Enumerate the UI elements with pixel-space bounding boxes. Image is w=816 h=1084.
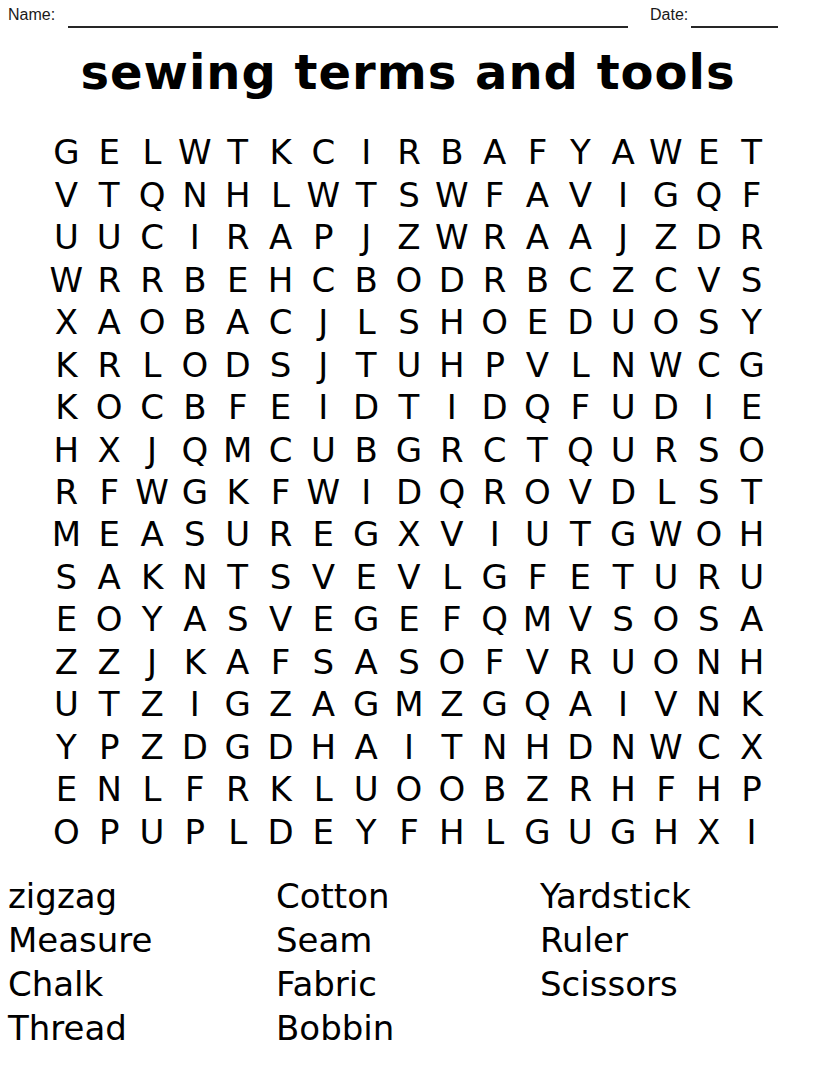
grid-cell-r12c14[interactable]: S [602,598,645,640]
grid-cell-r2c16[interactable]: Q [687,173,730,215]
grid-cell-r11c6[interactable]: S [259,556,302,598]
grid-cell-r6c10[interactable]: H [430,343,473,385]
grid-cell-r17c11[interactable]: L [473,811,516,853]
grid-cell-r2c14[interactable]: I [602,173,645,215]
grid-cell-r13c16[interactable]: N [687,641,730,683]
grid-cell-r10c6[interactable]: R [259,513,302,555]
grid-cell-r3c3[interactable]: C [131,216,174,258]
grid-cell-r1c2[interactable]: E [88,131,131,173]
grid-cell-r17c17[interactable]: I [730,811,773,853]
grid-cell-r4c4[interactable]: B [173,258,216,300]
grid-cell-r14c7[interactable]: A [302,683,345,725]
grid-cell-r6c7[interactable]: J [302,343,345,385]
grid-cell-r3c13[interactable]: A [559,216,602,258]
grid-cell-r3c14[interactable]: J [602,216,645,258]
grid-cell-r14c1[interactable]: U [45,683,88,725]
grid-cell-r8c7[interactable]: U [302,428,345,470]
grid-cell-r4c16[interactable]: V [687,258,730,300]
grid-cell-r9c8[interactable]: I [345,471,388,513]
grid-cell-r7c1[interactable]: K [45,386,88,428]
grid-cell-r4c6[interactable]: H [259,258,302,300]
grid-cell-r3c5[interactable]: R [216,216,259,258]
grid-cell-r4c2[interactable]: R [88,258,131,300]
grid-cell-r17c13[interactable]: U [559,811,602,853]
grid-cell-r15c15[interactable]: W [645,726,688,768]
grid-cell-r3c17[interactable]: R [730,216,773,258]
grid-cell-r7c9[interactable]: T [388,386,431,428]
grid-cell-r5c2[interactable]: A [88,301,131,343]
grid-cell-r2c8[interactable]: T [345,173,388,215]
grid-cell-r16c9[interactable]: O [388,768,431,810]
worksheet-page: Name: Date: sewing terms and tools GELWT… [0,0,816,1084]
grid-cell-r9c6[interactable]: F [259,471,302,513]
grid-cell-r11c8[interactable]: E [345,556,388,598]
grid-cell-r17c5[interactable]: L [216,811,259,853]
grid-cell-r2c9[interactable]: S [388,173,431,215]
grid-cell-r8c14[interactable]: U [602,428,645,470]
grid-cell-r6c3[interactable]: L [131,343,174,385]
grid-cell-r8c3[interactable]: J [131,428,174,470]
name-label: Name: [8,6,55,24]
grid-cell-r6c11[interactable]: P [473,343,516,385]
grid-cell-r8c15[interactable]: R [645,428,688,470]
grid-cell-r16c14[interactable]: H [602,768,645,810]
grid-cell-r3c6[interactable]: A [259,216,302,258]
grid-cell-r12c7[interactable]: E [302,598,345,640]
word-list-item-thread: Thread [8,1006,153,1050]
grid-cell-r3c15[interactable]: Z [645,216,688,258]
grid-cell-r14c13[interactable]: A [559,683,602,725]
grid-cell-r9c12[interactable]: O [516,471,559,513]
grid-cell-r7c2[interactable]: O [88,386,131,428]
grid-cell-r8c9[interactable]: G [388,428,431,470]
grid-cell-r10c4[interactable]: S [173,513,216,555]
grid-cell-r15c9[interactable]: I [388,726,431,768]
grid-cell-r14c4[interactable]: I [173,683,216,725]
grid-cell-r17c16[interactable]: X [687,811,730,853]
grid-cell-r10c17[interactable]: H [730,513,773,555]
grid-cell-r9c1[interactable]: R [45,471,88,513]
grid-cell-r16c13[interactable]: R [559,768,602,810]
grid-cell-r13c15[interactable]: O [645,641,688,683]
grid-cell-r11c3[interactable]: K [131,556,174,598]
grid-cell-r6c12[interactable]: V [516,343,559,385]
grid-cell-r8c4[interactable]: Q [173,428,216,470]
grid-cell-r17c1[interactable]: O [45,811,88,853]
grid-cell-r3c7[interactable]: P [302,216,345,258]
grid-cell-r5c13[interactable]: D [559,301,602,343]
grid-cell-r7c8[interactable]: D [345,386,388,428]
grid-cell-r7c4[interactable]: B [173,386,216,428]
grid-cell-r13c14[interactable]: U [602,641,645,683]
grid-cell-r14c5[interactable]: G [216,683,259,725]
grid-cell-r9c14[interactable]: D [602,471,645,513]
grid-cell-r3c9[interactable]: Z [388,216,431,258]
grid-cell-r14c2[interactable]: T [88,683,131,725]
grid-cell-r10c14[interactable]: G [602,513,645,555]
grid-cell-r7c12[interactable]: Q [516,386,559,428]
grid-cell-r2c5[interactable]: H [216,173,259,215]
grid-cell-r16c15[interactable]: F [645,768,688,810]
grid-cell-r15c5[interactable]: G [216,726,259,768]
grid-cell-r6c5[interactable]: D [216,343,259,385]
grid-cell-r15c11[interactable]: N [473,726,516,768]
grid-cell-r14c15[interactable]: V [645,683,688,725]
grid-cell-r2c11[interactable]: F [473,173,516,215]
grid-cell-r4c11[interactable]: R [473,258,516,300]
grid-cell-r4c7[interactable]: C [302,258,345,300]
grid-cell-r15c10[interactable]: T [430,726,473,768]
grid-cell-r16c5[interactable]: R [216,768,259,810]
grid-cell-r1c4[interactable]: W [173,131,216,173]
grid-cell-r13c2[interactable]: Z [88,641,131,683]
grid-cell-r5c4[interactable]: B [173,301,216,343]
grid-cell-r14c16[interactable]: N [687,683,730,725]
grid-cell-r6c15[interactable]: W [645,343,688,385]
grid-cell-r3c1[interactable]: U [45,216,88,258]
grid-cell-r11c13[interactable]: E [559,556,602,598]
grid-cell-r1c8[interactable]: I [345,131,388,173]
grid-cell-r1c6[interactable]: K [259,131,302,173]
grid-cell-r1c11[interactable]: A [473,131,516,173]
grid-cell-r2c4[interactable]: N [173,173,216,215]
grid-cell-r6c2[interactable]: R [88,343,131,385]
grid-cell-r1c14[interactable]: A [602,131,645,173]
grid-cell-r16c17[interactable]: P [730,768,773,810]
grid-cell-r9c15[interactable]: L [645,471,688,513]
grid-cell-r8c10[interactable]: R [430,428,473,470]
grid-cell-r12c3[interactable]: Y [131,598,174,640]
grid-cell-r9c5[interactable]: K [216,471,259,513]
grid-cell-r12c6[interactable]: V [259,598,302,640]
grid-cell-r12c15[interactable]: O [645,598,688,640]
grid-cell-r13c8[interactable]: A [345,641,388,683]
grid-cell-r6c14[interactable]: N [602,343,645,385]
grid-cell-r9c17[interactable]: T [730,471,773,513]
grid-cell-r17c3[interactable]: U [131,811,174,853]
grid-cell-r8c8[interactable]: B [345,428,388,470]
grid-cell-r16c16[interactable]: H [687,768,730,810]
grid-cell-r17c6[interactable]: D [259,811,302,853]
grid-cell-r13c5[interactable]: A [216,641,259,683]
grid-cell-r4c15[interactable]: C [645,258,688,300]
grid-cell-r17c12[interactable]: G [516,811,559,853]
grid-cell-r9c4[interactable]: G [173,471,216,513]
date-label: Date: [650,6,688,24]
grid-cell-r11c2[interactable]: A [88,556,131,598]
grid-cell-r2c12[interactable]: A [516,173,559,215]
grid-cell-r5c9[interactable]: S [388,301,431,343]
grid-cell-r3c10[interactable]: W [430,216,473,258]
grid-cell-r12c10[interactable]: F [430,598,473,640]
grid-cell-r16c1[interactable]: E [45,768,88,810]
grid-cell-r13c3[interactable]: J [131,641,174,683]
grid-cell-r4c8[interactable]: B [345,258,388,300]
grid-cell-r16c12[interactable]: Z [516,768,559,810]
grid-cell-r2c10[interactable]: W [430,173,473,215]
grid-cell-r7c13[interactable]: F [559,386,602,428]
grid-cell-r14c3[interactable]: Z [131,683,174,725]
grid-cell-r1c12[interactable]: F [516,131,559,173]
grid-cell-r10c2[interactable]: E [88,513,131,555]
grid-cell-r10c15[interactable]: W [645,513,688,555]
grid-cell-r13c6[interactable]: F [259,641,302,683]
grid-cell-r8c17[interactable]: O [730,428,773,470]
grid-cell-r13c7[interactable]: S [302,641,345,683]
grid-cell-r16c6[interactable]: K [259,768,302,810]
grid-cell-r12c17[interactable]: A [730,598,773,640]
grid-cell-r13c1[interactable]: Z [45,641,88,683]
grid-cell-r1c1[interactable]: G [45,131,88,173]
grid-cell-r1c9[interactable]: R [388,131,431,173]
grid-cell-r6c17[interactable]: G [730,343,773,385]
grid-cell-r1c5[interactable]: T [216,131,259,173]
grid-cell-r10c13[interactable]: T [559,513,602,555]
grid-cell-r13c13[interactable]: R [559,641,602,683]
grid-cell-r15c3[interactable]: Z [131,726,174,768]
grid-cell-r13c9[interactable]: S [388,641,431,683]
grid-cell-r12c1[interactable]: E [45,598,88,640]
grid-cell-r11c12[interactable]: F [516,556,559,598]
grid-cell-r13c17[interactable]: H [730,641,773,683]
grid-cell-r11c4[interactable]: N [173,556,216,598]
word-list-item-fabric: Fabric [276,962,394,1006]
date-input-line[interactable] [691,8,778,28]
word-list-item-chalk: Chalk [8,962,153,1006]
grid-cell-r13c10[interactable]: O [430,641,473,683]
grid-cell-r6c16[interactable]: C [687,343,730,385]
grid-cell-r6c8[interactable]: T [345,343,388,385]
grid-cell-r14c14[interactable]: I [602,683,645,725]
grid-cell-r5c11[interactable]: O [473,301,516,343]
grid-cell-r5c3[interactable]: O [131,301,174,343]
grid-cell-r5c14[interactable]: U [602,301,645,343]
grid-cell-r4c10[interactable]: D [430,258,473,300]
grid-cell-r9c13[interactable]: V [559,471,602,513]
grid-cell-r13c12[interactable]: V [516,641,559,683]
grid-cell-r12c8[interactable]: G [345,598,388,640]
grid-cell-r11c16[interactable]: R [687,556,730,598]
grid-cell-r4c3[interactable]: R [131,258,174,300]
grid-cell-r8c11[interactable]: C [473,428,516,470]
grid-cell-r17c4[interactable]: P [173,811,216,853]
grid-cell-r3c16[interactable]: D [687,216,730,258]
grid-cell-r11c14[interactable]: T [602,556,645,598]
grid-cell-r11c10[interactable]: L [430,556,473,598]
grid-cell-r7c15[interactable]: D [645,386,688,428]
grid-cell-r15c6[interactable]: D [259,726,302,768]
grid-cell-r1c15[interactable]: W [645,131,688,173]
grid-cell-r10c3[interactable]: A [131,513,174,555]
grid-cell-r16c2[interactable]: N [88,768,131,810]
grid-cell-r11c1[interactable]: S [45,556,88,598]
grid-cell-r14c10[interactable]: Z [430,683,473,725]
grid-cell-r6c1[interactable]: K [45,343,88,385]
grid-cell-r9c9[interactable]: D [388,471,431,513]
grid-cell-r15c17[interactable]: X [730,726,773,768]
grid-cell-r16c7[interactable]: L [302,768,345,810]
grid-cell-r1c7[interactable]: C [302,131,345,173]
grid-cell-r12c2[interactable]: O [88,598,131,640]
grid-cell-r2c2[interactable]: T [88,173,131,215]
word-list-item-ruler: Ruler [540,918,691,962]
grid-cell-r11c9[interactable]: V [388,556,431,598]
grid-cell-r14c8[interactable]: G [345,683,388,725]
grid-cell-r10c1[interactable]: M [45,513,88,555]
grid-cell-r5c5[interactable]: A [216,301,259,343]
grid-cell-r7c7[interactable]: I [302,386,345,428]
grid-cell-r6c9[interactable]: U [388,343,431,385]
grid-cell-r2c15[interactable]: G [645,173,688,215]
grid-cell-r14c17[interactable]: K [730,683,773,725]
grid-cell-r9c11[interactable]: R [473,471,516,513]
grid-cell-r10c5[interactable]: U [216,513,259,555]
grid-cell-r5c10[interactable]: H [430,301,473,343]
grid-cell-r11c15[interactable]: U [645,556,688,598]
grid-cell-r8c1[interactable]: H [45,428,88,470]
grid-cell-r7c3[interactable]: C [131,386,174,428]
grid-cell-r6c13[interactable]: L [559,343,602,385]
grid-cell-r14c11[interactable]: G [473,683,516,725]
grid-cell-r2c3[interactable]: Q [131,173,174,215]
grid-cell-r2c17[interactable]: F [730,173,773,215]
grid-cell-r5c17[interactable]: Y [730,301,773,343]
grid-cell-r4c14[interactable]: Z [602,258,645,300]
grid-cell-r15c12[interactable]: H [516,726,559,768]
grid-cell-r17c9[interactable]: F [388,811,431,853]
grid-cell-r15c16[interactable]: C [687,726,730,768]
grid-cell-r4c1[interactable]: W [45,258,88,300]
grid-cell-r5c7[interactable]: J [302,301,345,343]
grid-cell-r5c6[interactable]: C [259,301,302,343]
grid-cell-r10c9[interactable]: X [388,513,431,555]
grid-cell-r5c1[interactable]: X [45,301,88,343]
grid-cell-r7c6[interactable]: E [259,386,302,428]
name-input-line[interactable] [68,8,628,28]
grid-cell-r10c11[interactable]: I [473,513,516,555]
grid-cell-r4c12[interactable]: B [516,258,559,300]
grid-cell-r9c3[interactable]: W [131,471,174,513]
grid-cell-r4c5[interactable]: E [216,258,259,300]
grid-cell-r7c11[interactable]: D [473,386,516,428]
grid-cell-r2c1[interactable]: V [45,173,88,215]
grid-cell-r8c5[interactable]: M [216,428,259,470]
grid-cell-r1c16[interactable]: E [687,131,730,173]
grid-cell-r12c9[interactable]: E [388,598,431,640]
grid-cell-r8c13[interactable]: Q [559,428,602,470]
grid-cell-r17c8[interactable]: Y [345,811,388,853]
grid-cell-r15c14[interactable]: N [602,726,645,768]
grid-cell-r4c13[interactable]: C [559,258,602,300]
grid-cell-r7c10[interactable]: I [430,386,473,428]
grid-cell-r3c11[interactable]: R [473,216,516,258]
grid-cell-r17c15[interactable]: H [645,811,688,853]
grid-cell-r5c8[interactable]: L [345,301,388,343]
grid-cell-r16c3[interactable]: L [131,768,174,810]
grid-cell-r3c12[interactable]: A [516,216,559,258]
grid-cell-r11c5[interactable]: T [216,556,259,598]
grid-cell-r17c10[interactable]: H [430,811,473,853]
grid-cell-r9c10[interactable]: Q [430,471,473,513]
grid-cell-r7c14[interactable]: U [602,386,645,428]
word-search-grid: GELWTKCIRBAFYAWETVTQNHLWTSWFAVIGQFUUCIRA… [45,131,773,853]
grid-cell-r3c4[interactable]: I [173,216,216,258]
grid-cell-r10c8[interactable]: G [345,513,388,555]
grid-cell-r11c17[interactable]: U [730,556,773,598]
grid-cell-r13c4[interactable]: K [173,641,216,683]
grid-cell-r12c16[interactable]: S [687,598,730,640]
grid-cell-r1c17[interactable]: T [730,131,773,173]
grid-cell-r12c11[interactable]: Q [473,598,516,640]
grid-cell-r12c4[interactable]: A [173,598,216,640]
grid-cell-r16c11[interactable]: B [473,768,516,810]
grid-cell-r4c9[interactable]: O [388,258,431,300]
grid-cell-r6c6[interactable]: S [259,343,302,385]
grid-cell-r9c7[interactable]: W [302,471,345,513]
grid-cell-r10c16[interactable]: O [687,513,730,555]
grid-cell-r16c4[interactable]: F [173,768,216,810]
grid-cell-r8c16[interactable]: S [687,428,730,470]
grid-cell-r5c12[interactable]: E [516,301,559,343]
grid-cell-r17c2[interactable]: P [88,811,131,853]
grid-cell-r12c12[interactable]: M [516,598,559,640]
grid-cell-r8c2[interactable]: X [88,428,131,470]
grid-cell-r7c17[interactable]: E [730,386,773,428]
grid-cell-r8c12[interactable]: T [516,428,559,470]
grid-cell-r15c8[interactable]: A [345,726,388,768]
grid-cell-r14c12[interactable]: Q [516,683,559,725]
grid-cell-r13c11[interactable]: F [473,641,516,683]
grid-cell-r17c7[interactable]: E [302,811,345,853]
grid-cell-r14c9[interactable]: M [388,683,431,725]
grid-cell-r11c11[interactable]: G [473,556,516,598]
grid-cell-r10c12[interactable]: U [516,513,559,555]
grid-cell-r16c10[interactable]: O [430,768,473,810]
grid-cell-r15c2[interactable]: P [88,726,131,768]
grid-cell-r12c5[interactable]: S [216,598,259,640]
grid-cell-r2c7[interactable]: W [302,173,345,215]
grid-cell-r11c7[interactable]: V [302,556,345,598]
grid-cell-r5c16[interactable]: S [687,301,730,343]
grid-cell-r3c8[interactable]: J [345,216,388,258]
grid-cell-r14c6[interactable]: Z [259,683,302,725]
grid-cell-r1c13[interactable]: Y [559,131,602,173]
grid-cell-r8c6[interactable]: C [259,428,302,470]
grid-cell-r15c1[interactable]: Y [45,726,88,768]
grid-cell-r15c4[interactable]: D [173,726,216,768]
grid-cell-r4c17[interactable]: S [730,258,773,300]
grid-cell-r15c13[interactable]: D [559,726,602,768]
grid-cell-r9c2[interactable]: F [88,471,131,513]
grid-cell-r7c5[interactable]: F [216,386,259,428]
grid-cell-r2c13[interactable]: V [559,173,602,215]
grid-cell-r10c10[interactable]: V [430,513,473,555]
puzzle-title: sewing terms and tools [0,40,816,104]
grid-cell-r10c7[interactable]: E [302,513,345,555]
grid-cell-r2c6[interactable]: L [259,173,302,215]
grid-cell-r17c14[interactable]: G [602,811,645,853]
grid-cell-r6c4[interactable]: O [173,343,216,385]
grid-cell-r12c13[interactable]: V [559,598,602,640]
grid-cell-r1c3[interactable]: L [131,131,174,173]
grid-cell-r1c10[interactable]: B [430,131,473,173]
grid-cell-r16c8[interactable]: U [345,768,388,810]
grid-cell-r9c16[interactable]: S [687,471,730,513]
grid-cell-r3c2[interactable]: U [88,216,131,258]
grid-cell-r5c15[interactable]: O [645,301,688,343]
grid-cell-r7c16[interactable]: I [687,386,730,428]
grid-cell-r15c7[interactable]: H [302,726,345,768]
